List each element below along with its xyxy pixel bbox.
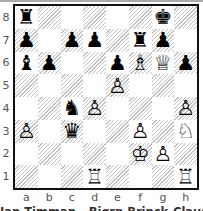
- square-c7: ♟: [61, 29, 84, 52]
- square-e1: [106, 165, 129, 188]
- square-c5: [61, 74, 84, 97]
- game-caption: Jan Timman - Bjørn Brinck-Claussen: [0, 205, 203, 211]
- square-a1: [15, 165, 38, 188]
- square-g5: [152, 74, 175, 97]
- piece-black-pawn: ♟: [153, 29, 172, 51]
- piece-black-king: ♚: [153, 6, 172, 28]
- square-f1: [129, 165, 152, 188]
- square-f6: ♗: [129, 52, 152, 75]
- square-a4: [15, 97, 38, 120]
- rank-labels: 87654321: [0, 6, 12, 188]
- square-a7: ♟: [15, 29, 38, 52]
- square-b8: [38, 6, 61, 29]
- square-b4: [38, 97, 61, 120]
- file-label-g: g: [152, 191, 175, 204]
- square-g6: ♕: [152, 52, 175, 75]
- square-h4: ♙: [174, 97, 197, 120]
- piece-white-pawn: ♙: [17, 120, 36, 142]
- square-e6: ♟: [106, 52, 129, 75]
- square-c8: [61, 6, 84, 29]
- file-label-a: a: [15, 191, 38, 204]
- square-a6: ♝: [15, 52, 38, 75]
- square-d7: ♟: [83, 29, 106, 52]
- square-g1: [152, 165, 175, 188]
- square-e3: [106, 120, 129, 143]
- square-d8: [83, 6, 106, 29]
- square-g3: [152, 120, 175, 143]
- square-a2: [15, 143, 38, 166]
- rank-label-7: 7: [0, 29, 12, 52]
- piece-white-queen: ♕: [153, 52, 172, 74]
- square-h7: [174, 29, 197, 52]
- file-labels: abcdefgh: [15, 191, 197, 204]
- piece-white-rook: ♖: [85, 166, 104, 188]
- square-e4: [106, 97, 129, 120]
- square-g2: ♙: [152, 143, 175, 166]
- piece-black-rook: ♜: [131, 29, 150, 51]
- square-e7: [106, 29, 129, 52]
- rank-label-1: 1: [0, 165, 12, 188]
- square-b3: [38, 120, 61, 143]
- square-f2: ♔: [129, 143, 152, 166]
- piece-white-king: ♔: [131, 143, 150, 165]
- square-h2: [174, 143, 197, 166]
- file-label-c: c: [61, 191, 84, 204]
- square-b5: [38, 74, 61, 97]
- square-d2: [83, 143, 106, 166]
- chess-board: ♜♚♟♟♟♜♟♝♟♟♗♕♟♙♞♙♙♙♛♙♘♔♙♖♖: [13, 4, 199, 190]
- file-label-b: b: [38, 191, 61, 204]
- square-h3: ♘: [174, 120, 197, 143]
- square-h5: [174, 74, 197, 97]
- square-a8: ♜: [15, 6, 38, 29]
- chess-diagram-page: 87654321 ♜♚♟♟♟♜♟♝♟♟♗♕♟♙♞♙♙♙♛♙♘♔♙♖♖ abcde…: [0, 0, 203, 211]
- square-c4: ♞: [61, 97, 84, 120]
- square-a5: [15, 74, 38, 97]
- piece-black-pawn: ♟: [176, 52, 195, 74]
- square-f3: ♙: [129, 120, 152, 143]
- file-label-d: d: [83, 191, 106, 204]
- piece-white-pawn: ♙: [131, 120, 150, 142]
- piece-white-pawn: ♙: [176, 97, 195, 119]
- piece-black-bishop: ♝: [17, 52, 36, 74]
- piece-black-pawn: ♟: [17, 29, 36, 51]
- square-f7: ♜: [129, 29, 152, 52]
- square-c2: [61, 143, 84, 166]
- square-f8: [129, 6, 152, 29]
- piece-black-knight: ♞: [62, 97, 81, 119]
- piece-black-rook: ♜: [17, 6, 36, 28]
- piece-black-pawn: ♟: [85, 29, 104, 51]
- square-d3: [83, 120, 106, 143]
- square-b1: [38, 165, 61, 188]
- rank-label-2: 2: [0, 143, 12, 166]
- rank-label-4: 4: [0, 97, 12, 120]
- piece-white-pawn: ♙: [108, 75, 127, 97]
- piece-black-queen: ♛: [62, 120, 81, 142]
- square-f5: [129, 74, 152, 97]
- square-e5: ♙: [106, 74, 129, 97]
- square-b2: [38, 143, 61, 166]
- top-divider: [0, 0, 203, 2]
- rank-label-6: 6: [0, 52, 12, 75]
- square-a3: ♙: [15, 120, 38, 143]
- square-d6: [83, 52, 106, 75]
- piece-black-pawn: ♟: [40, 52, 59, 74]
- square-f4: [129, 97, 152, 120]
- piece-black-pawn: ♟: [108, 52, 127, 74]
- file-label-f: f: [129, 191, 152, 204]
- file-label-e: e: [106, 191, 129, 204]
- square-c3: ♛: [61, 120, 84, 143]
- rank-label-3: 3: [0, 120, 12, 143]
- square-h8: [174, 6, 197, 29]
- square-g4: [152, 97, 175, 120]
- square-e8: [106, 6, 129, 29]
- piece-white-pawn: ♙: [153, 143, 172, 165]
- square-c6: [61, 52, 84, 75]
- piece-white-knight: ♘: [176, 120, 195, 142]
- square-b7: [38, 29, 61, 52]
- piece-white-bishop: ♗: [131, 52, 150, 74]
- file-label-h: h: [174, 191, 197, 204]
- square-h1: ♖: [174, 165, 197, 188]
- square-e2: [106, 143, 129, 166]
- rank-label-8: 8: [0, 6, 12, 29]
- rank-label-5: 5: [0, 74, 12, 97]
- square-b6: ♟: [38, 52, 61, 75]
- square-g8: ♚: [152, 6, 175, 29]
- piece-black-pawn: ♟: [62, 29, 81, 51]
- square-h6: ♟: [174, 52, 197, 75]
- square-c1: [61, 165, 84, 188]
- piece-white-rook: ♖: [176, 166, 195, 188]
- square-d1: ♖: [83, 165, 106, 188]
- square-d5: [83, 74, 106, 97]
- square-d4: ♙: [83, 97, 106, 120]
- piece-white-pawn: ♙: [85, 97, 104, 119]
- square-g7: ♟: [152, 29, 175, 52]
